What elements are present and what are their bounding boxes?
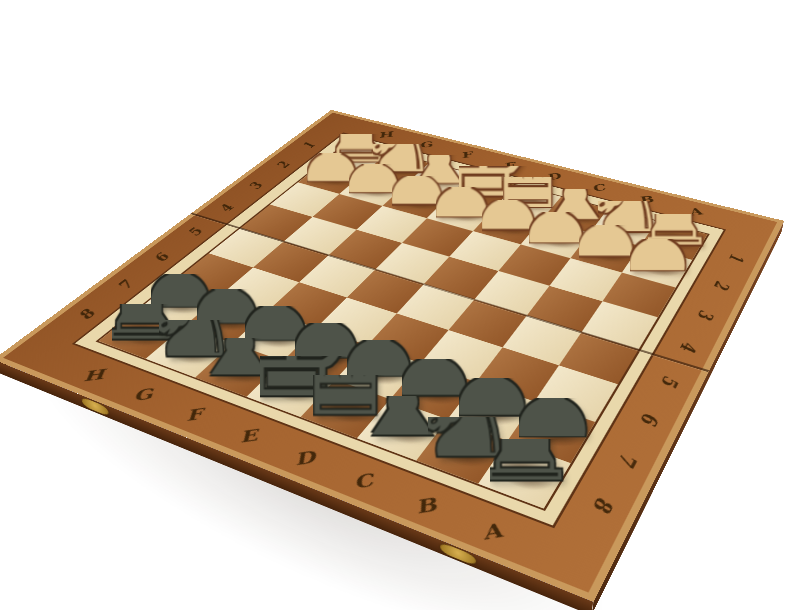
square-a2: ♟ [622,246,692,287]
square-a8: ♜ [478,441,570,509]
chessboard-photo: 12345678 12345678 HGFEDCBA HGFEDCBA ♜♞♝♚… [0,0,786,610]
coordinate-label-1: 1 [710,240,764,277]
chess-board: 12345678 12345678 HGFEDCBA HGFEDCBA ♜♞♝♚… [0,110,784,602]
piece-black-rook-a8: ♜ [490,439,560,509]
coordinate-label-2: 2 [694,266,750,306]
